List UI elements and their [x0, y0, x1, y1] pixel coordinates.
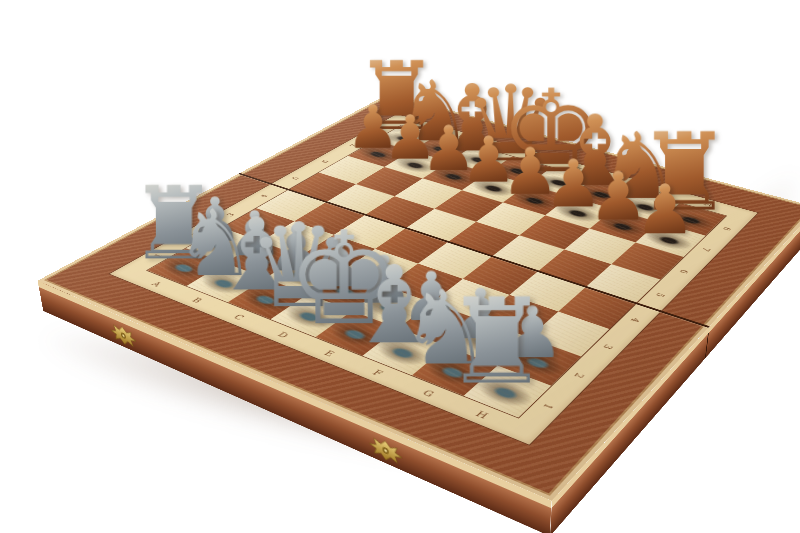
brass-clasp-icon [368, 432, 403, 469]
piece-black-pawn[interactable]: ♟ [597, 176, 733, 244]
board-top-surface: ♜♞♝♛♚♝♞♜♟♟♟♟♟♟♟♟♟♟♟♟♟♟♟♟♜♞♝♛♚♝♞♜ ABCDEFG… [38, 94, 800, 501]
piece-white-rook[interactable]: ♜ [379, 283, 615, 401]
chess-board: ♜♞♝♛♚♝♞♜♟♟♟♟♟♟♟♟♟♟♟♟♟♟♟♟♜♞♝♛♚♝♞♜ ABCDEFG… [38, 94, 800, 501]
